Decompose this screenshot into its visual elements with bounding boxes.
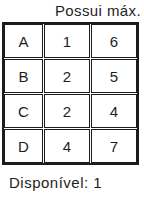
available-caption: Disponível: 1 xyxy=(9,174,102,191)
row-label-cell: D xyxy=(4,129,43,163)
row-label-cell: A xyxy=(4,24,43,58)
table-title: Possui máx. xyxy=(55,2,141,19)
possui-cell: 2 xyxy=(44,59,90,93)
possui-cell: 4 xyxy=(44,129,90,163)
max-cell: 7 xyxy=(91,129,137,163)
max-cell: 6 xyxy=(91,24,137,58)
allocation-table: A 1 6 B 2 5 C 2 4 D 4 7 xyxy=(2,22,139,165)
max-cell: 4 xyxy=(91,94,137,128)
exercise-figure: Possui máx. A 1 6 B 2 5 C 2 4 D 4 7 Disp… xyxy=(0,0,144,203)
possui-cell: 2 xyxy=(44,94,90,128)
max-cell: 5 xyxy=(91,59,137,93)
row-label-cell: B xyxy=(4,59,43,93)
possui-cell: 1 xyxy=(44,24,90,58)
row-label-cell: C xyxy=(4,94,43,128)
